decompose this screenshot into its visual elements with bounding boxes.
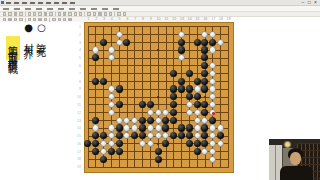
white-stone-mark: ○ xyxy=(36,22,47,35)
toolbar-icon[interactable] xyxy=(8,18,11,21)
coordinate-label: 10 xyxy=(75,93,81,101)
presenter-body xyxy=(280,166,313,180)
black-player-name: 村川大介 xyxy=(23,35,34,43)
white-player-label: ○許家元 xyxy=(35,22,48,41)
coordinate-label: 2 xyxy=(92,17,100,21)
toolbar-icon[interactable] xyxy=(14,12,17,15)
toolbar-icon[interactable] xyxy=(28,18,31,21)
coordinate-label: 10 xyxy=(154,17,162,21)
board-coordinates-left: 12345678910111213141516171819 xyxy=(75,22,81,171)
toolbar-separator xyxy=(84,12,85,16)
coordinate-label: 2 xyxy=(75,30,81,38)
toolbar-separator xyxy=(55,12,56,16)
coordinate-label: 5 xyxy=(75,54,81,62)
app-icon xyxy=(1,1,4,4)
coordinate-label: 15 xyxy=(75,132,81,140)
toolbar-separator xyxy=(49,18,50,22)
toolbar-icon[interactable] xyxy=(52,18,55,21)
coordinate-label: 7 xyxy=(75,69,81,77)
coordinate-label: 13 xyxy=(178,17,186,21)
coordinate-label: 14 xyxy=(185,17,193,21)
toolbar-icon[interactable] xyxy=(63,18,66,21)
toolbar-separator xyxy=(114,12,115,16)
coordinate-label: 7 xyxy=(131,17,139,21)
toolbar-icon[interactable] xyxy=(14,18,17,21)
toolbar-icon[interactable] xyxy=(58,12,61,15)
coordinate-label: 18 xyxy=(217,17,225,21)
toolbar-icon[interactable] xyxy=(19,12,22,15)
go-review-video-frame: – □ × 第四十五期日本棋聖戦 ●村川大介 ○許家元 123456789101… xyxy=(0,0,320,180)
coordinate-label: 5 xyxy=(115,17,123,21)
window-title-text xyxy=(6,2,76,4)
coordinate-label: 9 xyxy=(75,85,81,93)
toolbar-icon[interactable] xyxy=(93,12,96,15)
toolbar-icon[interactable] xyxy=(123,12,126,15)
coordinate-label: 19 xyxy=(75,163,81,171)
coordinate-label: 9 xyxy=(146,17,154,21)
toolbar-icon[interactable] xyxy=(117,12,120,15)
window-controls[interactable]: – □ × xyxy=(301,0,318,5)
coordinate-label: 1 xyxy=(84,17,92,21)
toolbar-icon[interactable] xyxy=(19,18,22,21)
toolbar-icon[interactable] xyxy=(87,12,90,15)
webcam-chandelier xyxy=(283,141,292,148)
toolbar-icon[interactable] xyxy=(104,12,107,15)
coordinate-label: 15 xyxy=(193,17,201,21)
toolbar-icon[interactable] xyxy=(38,18,41,21)
coordinate-label: 11 xyxy=(75,101,81,109)
coordinate-label: 6 xyxy=(123,17,131,21)
coordinate-label: 8 xyxy=(139,17,147,21)
coordinate-label: 18 xyxy=(75,155,81,163)
coordinate-label: 4 xyxy=(107,17,115,21)
toolbar-icon[interactable] xyxy=(8,12,11,15)
toolbar-icon[interactable] xyxy=(109,12,112,15)
maximize-icon[interactable]: □ xyxy=(308,0,312,5)
toolbar-icon[interactable] xyxy=(33,12,36,15)
board-coordinates-top: 12345678910111213141516171819 xyxy=(84,17,235,21)
coordinate-label: 11 xyxy=(162,17,170,21)
coordinate-label: 3 xyxy=(100,17,108,21)
black-stone-mark: ● xyxy=(23,22,34,35)
presenter-face xyxy=(290,152,301,165)
toolbar-icon[interactable] xyxy=(58,18,61,21)
toolbar-icon[interactable] xyxy=(28,12,31,15)
event-title-label: 第四十五期日本棋聖戦 xyxy=(6,36,20,60)
toolbar-icon[interactable] xyxy=(79,12,82,15)
toolbar-icon[interactable] xyxy=(38,12,41,15)
coordinate-label: 14 xyxy=(75,124,81,132)
toolbar-icon[interactable] xyxy=(63,12,66,15)
toolbar-icon[interactable] xyxy=(68,18,71,21)
toolbar-separator xyxy=(25,12,26,16)
toolbar-icon[interactable] xyxy=(98,12,101,15)
coordinate-label: 6 xyxy=(75,62,81,70)
coordinate-label: 12 xyxy=(75,108,81,116)
toolbar-icon[interactable] xyxy=(44,12,47,15)
coordinate-label: 16 xyxy=(201,17,209,21)
close-icon[interactable]: × xyxy=(314,0,318,5)
coordinate-label: 19 xyxy=(224,17,232,21)
toolbar-icon[interactable] xyxy=(49,12,52,15)
toolbar-icon[interactable] xyxy=(68,12,71,15)
go-board[interactable] xyxy=(84,22,234,173)
coordinate-label: 12 xyxy=(170,17,178,21)
black-player-label: ●村川大介 xyxy=(22,22,35,43)
coordinate-label: 17 xyxy=(209,17,217,21)
coordinate-label: 1 xyxy=(75,23,81,31)
white-player-name: 許家元 xyxy=(36,35,47,41)
menu-items[interactable] xyxy=(3,8,123,10)
coordinate-label: 16 xyxy=(75,140,81,148)
toolbar-icon[interactable] xyxy=(33,18,36,21)
coordinate-label: 17 xyxy=(75,147,81,155)
coordinate-label: 4 xyxy=(75,46,81,54)
coordinate-label: 13 xyxy=(75,116,81,124)
toolbar-separator xyxy=(25,18,26,22)
toolbar-icon[interactable] xyxy=(3,12,6,15)
toolbar-icon[interactable] xyxy=(44,18,47,21)
minimize-icon[interactable]: – xyxy=(301,0,305,5)
coordinate-label: 8 xyxy=(75,77,81,85)
presenter-webcam xyxy=(269,139,320,180)
coordinate-label: 3 xyxy=(75,38,81,46)
toolbar-icon[interactable] xyxy=(74,12,77,15)
toolbar-icon[interactable] xyxy=(3,18,6,21)
